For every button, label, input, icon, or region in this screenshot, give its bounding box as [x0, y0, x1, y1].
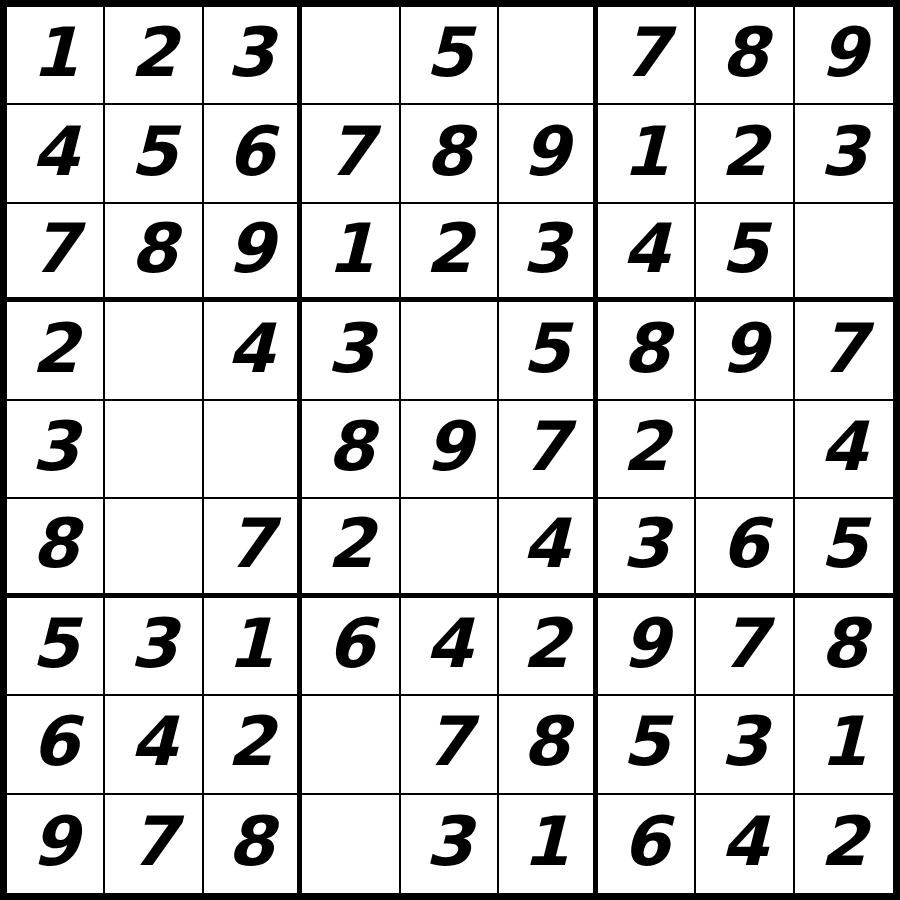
given-digit: 4: [32, 118, 79, 186]
cell-r6c5[interactable]: [401, 499, 499, 597]
given-digit: 2: [425, 215, 472, 283]
given-digit: 3: [721, 708, 768, 776]
cell-r4c9[interactable]: 7: [795, 302, 893, 400]
given-digit: 4: [820, 413, 867, 481]
given-digit: 5: [32, 610, 79, 678]
given-digit: 7: [425, 708, 472, 776]
cell-r3c6[interactable]: 3: [499, 204, 597, 302]
cell-r8c6[interactable]: 8: [499, 696, 597, 794]
given-digit: 2: [522, 610, 569, 678]
given-digit: 8: [522, 708, 569, 776]
cell-r5c4[interactable]: 8: [302, 401, 400, 499]
given-digit: 9: [227, 215, 274, 283]
cell-r7c2[interactable]: 3: [105, 598, 203, 696]
cell-r2c8[interactable]: 2: [696, 105, 794, 203]
given-digit: 7: [130, 808, 177, 876]
given-digit: 1: [327, 215, 374, 283]
cell-r3c8[interactable]: 5: [696, 204, 794, 302]
given-digit: 6: [227, 118, 274, 186]
given-digit: 9: [522, 118, 569, 186]
cell-r1c2[interactable]: 2: [105, 7, 203, 105]
cell-r2c3[interactable]: 6: [204, 105, 302, 203]
cell-r9c7[interactable]: 6: [598, 795, 696, 893]
cell-r3c3[interactable]: 9: [204, 204, 302, 302]
given-digit: 8: [622, 315, 669, 383]
cell-r2c6[interactable]: 9: [499, 105, 597, 203]
cell-r2c7[interactable]: 1: [598, 105, 696, 203]
given-digit: 2: [227, 708, 274, 776]
cell-r4c4[interactable]: 3: [302, 302, 400, 400]
given-digit: 3: [622, 510, 669, 578]
cell-r1c9[interactable]: 9: [795, 7, 893, 105]
cell-r4c3[interactable]: 4: [204, 302, 302, 400]
cell-r4c7[interactable]: 8: [598, 302, 696, 400]
given-digit: 7: [32, 215, 79, 283]
cell-r5c6[interactable]: 7: [499, 401, 597, 499]
given-digit: 9: [820, 19, 867, 87]
cell-r9c6[interactable]: 1: [499, 795, 597, 893]
cell-r1c5[interactable]: 5: [401, 7, 499, 105]
cell-r2c1[interactable]: 4: [7, 105, 105, 203]
given-digit: 1: [522, 808, 569, 876]
cell-r5c7[interactable]: 2: [598, 401, 696, 499]
given-digit: 3: [327, 315, 374, 383]
cell-r4c2[interactable]: [105, 302, 203, 400]
given-digit: 9: [622, 610, 669, 678]
cell-r7c6[interactable]: 2: [499, 598, 597, 696]
cell-r5c5[interactable]: 9: [401, 401, 499, 499]
given-digit: 9: [721, 315, 768, 383]
given-digit: 6: [327, 610, 374, 678]
cell-r3c5[interactable]: 2: [401, 204, 499, 302]
given-digit: 7: [721, 610, 768, 678]
cell-r8c2[interactable]: 4: [105, 696, 203, 794]
cell-r1c7[interactable]: 7: [598, 7, 696, 105]
given-digit: 5: [820, 510, 867, 578]
given-digit: 8: [130, 215, 177, 283]
given-digit: 2: [622, 413, 669, 481]
given-digit: 3: [227, 19, 274, 87]
given-digit: 8: [32, 510, 79, 578]
given-digit: 8: [425, 118, 472, 186]
given-digit: 8: [227, 808, 274, 876]
cell-r7c9[interactable]: 8: [795, 598, 893, 696]
cell-r7c5[interactable]: 4: [401, 598, 499, 696]
cell-r1c3[interactable]: 3: [204, 7, 302, 105]
cell-r6c3[interactable]: 7: [204, 499, 302, 597]
cell-r6c1[interactable]: 8: [7, 499, 105, 597]
given-digit: 1: [622, 118, 669, 186]
given-digit: 6: [721, 510, 768, 578]
given-digit: 2: [130, 19, 177, 87]
given-digit: 2: [327, 510, 374, 578]
cell-r4c5[interactable]: [401, 302, 499, 400]
given-digit: 6: [622, 808, 669, 876]
cell-r2c9[interactable]: 3: [795, 105, 893, 203]
cell-r9c5[interactable]: 3: [401, 795, 499, 893]
given-digit: 1: [227, 610, 274, 678]
cell-r7c1[interactable]: 5: [7, 598, 105, 696]
given-digit: 5: [522, 315, 569, 383]
cell-r9c8[interactable]: 4: [696, 795, 794, 893]
cell-r5c8[interactable]: [696, 401, 794, 499]
cell-r9c2[interactable]: 7: [105, 795, 203, 893]
cell-r9c4[interactable]: [302, 795, 400, 893]
given-digit: 5: [130, 118, 177, 186]
given-digit: 8: [327, 413, 374, 481]
cell-r4c8[interactable]: 9: [696, 302, 794, 400]
cell-r7c4[interactable]: 6: [302, 598, 400, 696]
cell-r3c4[interactable]: 1: [302, 204, 400, 302]
given-digit: 3: [425, 808, 472, 876]
given-digit: 7: [820, 315, 867, 383]
cell-r9c3[interactable]: 8: [204, 795, 302, 893]
cell-r6c8[interactable]: 6: [696, 499, 794, 597]
cell-r8c5[interactable]: 7: [401, 696, 499, 794]
cell-r5c3[interactable]: [204, 401, 302, 499]
cell-r6c6[interactable]: 4: [499, 499, 597, 597]
given-digit: 1: [32, 19, 79, 87]
cell-r3c2[interactable]: 8: [105, 204, 203, 302]
given-digit: 4: [622, 215, 669, 283]
given-digit: 4: [130, 708, 177, 776]
cell-r6c2[interactable]: [105, 499, 203, 597]
cell-r1c4[interactable]: [302, 7, 400, 105]
cell-r9c9[interactable]: 2: [795, 795, 893, 893]
given-digit: 7: [327, 118, 374, 186]
given-digit: 2: [32, 315, 79, 383]
cell-r2c2[interactable]: 5: [105, 105, 203, 203]
given-digit: 2: [721, 118, 768, 186]
cell-r9c1[interactable]: 9: [7, 795, 105, 893]
given-digit: 3: [522, 215, 569, 283]
cell-r2c5[interactable]: 8: [401, 105, 499, 203]
cell-r4c6[interactable]: 5: [499, 302, 597, 400]
cell-r3c9[interactable]: [795, 204, 893, 302]
cell-r8c3[interactable]: 2: [204, 696, 302, 794]
cell-r7c8[interactable]: 7: [696, 598, 794, 696]
cell-r6c9[interactable]: 5: [795, 499, 893, 597]
given-digit: 3: [820, 118, 867, 186]
given-digit: 9: [32, 808, 79, 876]
cell-r4c1[interactable]: 2: [7, 302, 105, 400]
cell-r3c1[interactable]: 7: [7, 204, 105, 302]
cell-r7c7[interactable]: 9: [598, 598, 696, 696]
cell-r6c7[interactable]: 3: [598, 499, 696, 597]
given-digit: 7: [227, 510, 274, 578]
given-digit: 4: [721, 808, 768, 876]
given-digit: 8: [721, 19, 768, 87]
given-digit: 3: [130, 610, 177, 678]
sudoku-board: 1235789456789123789123452435897389724872…: [0, 0, 900, 900]
given-digit: 9: [425, 413, 472, 481]
cell-r1c8[interactable]: 8: [696, 7, 794, 105]
cell-r1c1[interactable]: 1: [7, 7, 105, 105]
given-digit: 1: [820, 708, 867, 776]
given-digit: 4: [227, 315, 274, 383]
given-digit: 2: [820, 808, 867, 876]
given-digit: 4: [425, 610, 472, 678]
given-digit: 5: [721, 215, 768, 283]
cell-r8c8[interactable]: 3: [696, 696, 794, 794]
cell-r8c7[interactable]: 5: [598, 696, 696, 794]
cell-r5c2[interactable]: [105, 401, 203, 499]
cell-r8c1[interactable]: 6: [7, 696, 105, 794]
given-digit: 5: [425, 19, 472, 87]
given-digit: 8: [820, 610, 867, 678]
cell-r1c6[interactable]: [499, 7, 597, 105]
cell-r2c4[interactable]: 7: [302, 105, 400, 203]
cell-r5c9[interactable]: 4: [795, 401, 893, 499]
cell-r6c4[interactable]: 2: [302, 499, 400, 597]
given-digit: 6: [32, 708, 79, 776]
cell-r8c4[interactable]: [302, 696, 400, 794]
given-digit: 5: [622, 708, 669, 776]
given-digit: 7: [522, 413, 569, 481]
cell-r3c7[interactable]: 4: [598, 204, 696, 302]
cell-r7c3[interactable]: 1: [204, 598, 302, 696]
cell-r8c9[interactable]: 1: [795, 696, 893, 794]
cell-r5c1[interactable]: 3: [7, 401, 105, 499]
given-digit: 7: [622, 19, 669, 87]
given-digit: 4: [522, 510, 569, 578]
given-digit: 3: [32, 413, 79, 481]
